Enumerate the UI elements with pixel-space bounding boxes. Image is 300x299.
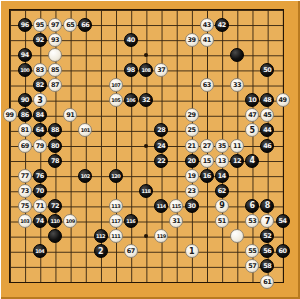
stone-white-33[interactable]: 33	[230, 78, 244, 92]
stone-black-112[interactable]: 112	[94, 229, 108, 243]
stone-black-78[interactable]: 78	[48, 154, 62, 168]
stone-black-66[interactable]: 66	[78, 18, 92, 32]
stone-black-90[interactable]: 90	[18, 93, 32, 107]
stone-black-46[interactable]: 46	[260, 139, 274, 153]
stone-black-74[interactable]: 74	[33, 214, 47, 228]
stone-white-51[interactable]: 51	[215, 214, 229, 228]
stone-black-70[interactable]: 70	[33, 184, 47, 198]
stone-white-99[interactable]: 99	[3, 108, 17, 122]
stone-black-30[interactable]: 30	[185, 199, 199, 213]
stone-white-65[interactable]: 65	[63, 18, 77, 32]
stone-white-13[interactable]: 13	[215, 154, 229, 168]
stone-black-24[interactable]: 24	[154, 139, 168, 153]
stone-white-15[interactable]: 15	[200, 154, 214, 168]
stone-white-105[interactable]: 105	[109, 93, 123, 107]
stone-black-116[interactable]: 116	[124, 214, 138, 228]
stone-white-83[interactable]: 83	[33, 63, 47, 77]
stone-black-96[interactable]: 96	[18, 18, 32, 32]
stone-black-92[interactable]: 92	[33, 33, 47, 47]
stone-white-35[interactable]: 35	[215, 139, 229, 153]
stone-white-85[interactable]: 85	[48, 63, 62, 77]
stone-white-69[interactable]: 69	[18, 139, 32, 153]
stone-white-71[interactable]: 71	[33, 199, 47, 213]
stone-white-87[interactable]: 87	[48, 78, 62, 92]
hoshi-point	[144, 53, 148, 57]
stone-white-111[interactable]: 111	[109, 229, 123, 243]
stone-black-72[interactable]: 72	[48, 199, 62, 213]
stone-black-16[interactable]: 16	[200, 169, 214, 183]
stone-black-108[interactable]: 108	[139, 63, 153, 77]
stone-white-93[interactable]: 93	[48, 33, 62, 47]
stone-black-54[interactable]: 54	[276, 214, 290, 228]
stone-white-19[interactable]: 19	[185, 169, 199, 183]
stone-white-25[interactable]: 25	[185, 123, 199, 137]
stone-black-76[interactable]: 76	[33, 169, 47, 183]
stone-black-102[interactable]: 102	[78, 169, 92, 183]
stone-white-37[interactable]: 37	[154, 63, 168, 77]
stone-black-22[interactable]: 22	[154, 154, 168, 168]
stone-white-77[interactable]: 77	[18, 169, 32, 183]
stone-white-107[interactable]: 107	[109, 78, 123, 92]
stone-black-40[interactable]: 40	[124, 33, 138, 47]
stone-black-80[interactable]: 80	[48, 139, 62, 153]
stone-black-20[interactable]: 20	[185, 154, 199, 168]
stone-black-62[interactable]: 62	[215, 184, 229, 198]
stone-black-86[interactable]: 86	[18, 108, 32, 122]
stone-white-113[interactable]: 113	[109, 199, 123, 213]
stone-black-94[interactable]: 94	[18, 48, 32, 62]
stone-white-23[interactable]: 23	[185, 184, 199, 198]
stone-black-114[interactable]: 114	[154, 199, 168, 213]
stone-black-120[interactable]: 120	[109, 169, 123, 183]
hoshi-point	[144, 144, 148, 148]
stone-white-39[interactable]: 39	[185, 33, 199, 47]
stone-white-73[interactable]: 73	[18, 184, 32, 198]
stone-black-4[interactable]: 4	[245, 154, 259, 168]
stone-black-42[interactable]: 42	[215, 18, 229, 32]
stone-white-95[interactable]: 95	[33, 18, 47, 32]
stone-white-75[interactable]: 75	[18, 199, 32, 213]
stone-white-29[interactable]: 29	[185, 108, 199, 122]
stone-black-110[interactable]: 110	[48, 214, 62, 228]
stone-white-103[interactable]: 103	[18, 214, 32, 228]
stone-white-81[interactable]: 81	[18, 123, 32, 137]
stone-white-1[interactable]: 1	[185, 244, 199, 258]
stone-black-106[interactable]: 106	[124, 93, 138, 107]
stone-black-6[interactable]: 6	[245, 199, 259, 213]
stone-white-79[interactable]: 79	[33, 139, 47, 153]
stone-white-27[interactable]: 27	[200, 139, 214, 153]
stone-black-2[interactable]: 2	[94, 244, 108, 258]
stone-white-43[interactable]: 43	[200, 18, 214, 32]
stone-white-11[interactable]: 11	[230, 139, 244, 153]
stone-white-63[interactable]: 63	[200, 78, 214, 92]
stone-black-118[interactable]: 118	[139, 184, 153, 198]
stone-white-61[interactable]: 61	[260, 275, 274, 289]
stone-white-97[interactable]: 97	[48, 18, 62, 32]
stone-white-9[interactable]: 9	[215, 199, 229, 213]
stone-white-67[interactable]: 67	[124, 244, 138, 258]
stone-white-41[interactable]: 41	[200, 33, 214, 47]
stone-black-84[interactable]: 84	[33, 108, 47, 122]
stone-black-98[interactable]: 98	[124, 63, 138, 77]
stone-white-117[interactable]: 117	[109, 214, 123, 228]
go-board-screenshot: 9695976566434292934039419410083859810837…	[0, 0, 300, 299]
stone-black-14[interactable]: 14	[215, 169, 229, 183]
stone-black-12[interactable]: 12	[230, 154, 244, 168]
stone-white-49[interactable]: 49	[276, 93, 290, 107]
stone-black-82[interactable]: 82	[33, 78, 47, 92]
stone-white-21[interactable]: 21	[185, 139, 199, 153]
stone-black-100[interactable]: 100	[18, 63, 32, 77]
stone-black-60[interactable]: 60	[276, 244, 290, 258]
stone-white-setup[interactable]	[48, 48, 62, 62]
stone-white-3[interactable]: 3	[33, 93, 47, 107]
stone-black-104[interactable]: 104	[33, 244, 47, 258]
stone-black-setup[interactable]	[230, 48, 244, 62]
